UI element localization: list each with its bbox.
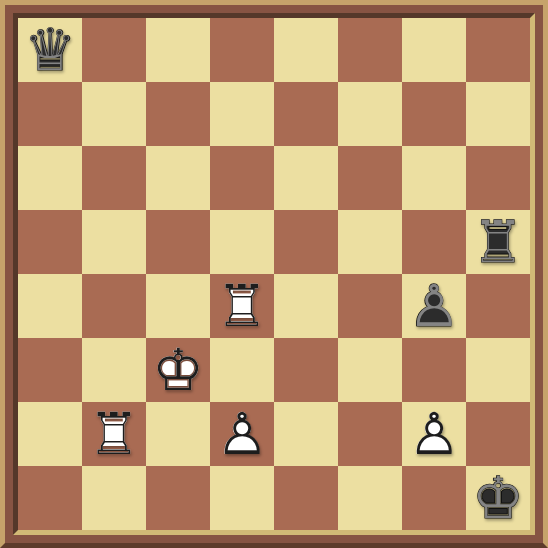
piece-white-rook-d4: ♜♖ [210, 274, 274, 338]
board-frame: ♛♕♜♖♜♖♟♙♚♔♜♖♟♙♟♙♚♔ [0, 0, 548, 548]
square-b1[interactable] [82, 466, 146, 530]
piece-white-king-c3: ♚♔ [146, 338, 210, 402]
square-g6[interactable] [402, 146, 466, 210]
square-g8[interactable] [402, 18, 466, 82]
square-g3[interactable] [402, 338, 466, 402]
square-c8[interactable] [146, 18, 210, 82]
square-h3[interactable] [466, 338, 530, 402]
square-f7[interactable] [338, 82, 402, 146]
square-c3[interactable]: ♚♔ [146, 338, 210, 402]
chess-app: ♛♕♜♖♜♖♟♙♚♔♜♖♟♙♟♙♚♔ [0, 0, 548, 548]
square-f5[interactable] [338, 210, 402, 274]
square-h2[interactable] [466, 402, 530, 466]
square-f1[interactable] [338, 466, 402, 530]
square-d1[interactable] [210, 466, 274, 530]
square-f4[interactable] [338, 274, 402, 338]
square-h8[interactable] [466, 18, 530, 82]
square-d7[interactable] [210, 82, 274, 146]
square-c2[interactable] [146, 402, 210, 466]
square-b3[interactable] [82, 338, 146, 402]
black-pawn-glyph: ♟ [402, 274, 466, 338]
square-e7[interactable] [274, 82, 338, 146]
square-h7[interactable] [466, 82, 530, 146]
square-h5[interactable]: ♜♖ [466, 210, 530, 274]
square-g2[interactable]: ♟♙ [402, 402, 466, 466]
square-a6[interactable] [18, 146, 82, 210]
square-e4[interactable] [274, 274, 338, 338]
white-pawn-outline: ♙ [402, 402, 466, 466]
square-g4[interactable]: ♟♙ [402, 274, 466, 338]
square-c1[interactable] [146, 466, 210, 530]
square-c5[interactable] [146, 210, 210, 274]
board-inner-frame: ♛♕♜♖♜♖♟♙♚♔♜♖♟♙♟♙♚♔ [13, 13, 535, 535]
square-d3[interactable] [210, 338, 274, 402]
square-c6[interactable] [146, 146, 210, 210]
white-king-glyph: ♚ [146, 338, 210, 402]
piece-black-king-h1: ♚♔ [466, 466, 530, 530]
white-pawn-glyph: ♟ [402, 402, 466, 466]
piece-white-pawn-g2: ♟♙ [402, 402, 466, 466]
piece-black-pawn-g4: ♟♙ [402, 274, 466, 338]
white-pawn-glyph: ♟ [210, 402, 274, 466]
square-b6[interactable] [82, 146, 146, 210]
black-rook-glyph: ♜ [466, 210, 530, 274]
square-a3[interactable] [18, 338, 82, 402]
square-e8[interactable] [274, 18, 338, 82]
black-king-glyph: ♚ [466, 466, 530, 530]
square-b8[interactable] [82, 18, 146, 82]
black-queen-glyph: ♛ [18, 18, 82, 82]
square-g1[interactable] [402, 466, 466, 530]
white-rook-glyph: ♜ [210, 274, 274, 338]
piece-black-queen-a8: ♛♕ [18, 18, 82, 82]
piece-white-pawn-d2: ♟♙ [210, 402, 274, 466]
black-queen-outline: ♕ [18, 18, 82, 82]
square-d8[interactable] [210, 18, 274, 82]
square-d6[interactable] [210, 146, 274, 210]
black-pawn-outline: ♙ [402, 274, 466, 338]
square-d2[interactable]: ♟♙ [210, 402, 274, 466]
black-rook-outline: ♖ [466, 210, 530, 274]
square-d5[interactable] [210, 210, 274, 274]
black-king-outline: ♔ [466, 466, 530, 530]
square-f3[interactable] [338, 338, 402, 402]
square-e1[interactable] [274, 466, 338, 530]
square-b2[interactable]: ♜♖ [82, 402, 146, 466]
piece-black-rook-h5: ♜♖ [466, 210, 530, 274]
white-pawn-outline: ♙ [210, 402, 274, 466]
square-d4[interactable]: ♜♖ [210, 274, 274, 338]
square-e6[interactable] [274, 146, 338, 210]
square-a1[interactable] [18, 466, 82, 530]
square-c4[interactable] [146, 274, 210, 338]
square-a8[interactable]: ♛♕ [18, 18, 82, 82]
white-king-outline: ♔ [146, 338, 210, 402]
white-rook-glyph: ♜ [82, 402, 146, 466]
square-h4[interactable] [466, 274, 530, 338]
square-g7[interactable] [402, 82, 466, 146]
square-h6[interactable] [466, 146, 530, 210]
square-e2[interactable] [274, 402, 338, 466]
piece-white-rook-b2: ♜♖ [82, 402, 146, 466]
square-h1[interactable]: ♚♔ [466, 466, 530, 530]
square-f8[interactable] [338, 18, 402, 82]
square-e5[interactable] [274, 210, 338, 274]
chess-board: ♛♕♜♖♜♖♟♙♚♔♜♖♟♙♟♙♚♔ [18, 18, 530, 530]
square-b4[interactable] [82, 274, 146, 338]
square-b5[interactable] [82, 210, 146, 274]
square-f6[interactable] [338, 146, 402, 210]
square-c7[interactable] [146, 82, 210, 146]
square-a7[interactable] [18, 82, 82, 146]
white-rook-outline: ♖ [82, 402, 146, 466]
square-b7[interactable] [82, 82, 146, 146]
square-a5[interactable] [18, 210, 82, 274]
square-f2[interactable] [338, 402, 402, 466]
square-e3[interactable] [274, 338, 338, 402]
square-a4[interactable] [18, 274, 82, 338]
white-rook-outline: ♖ [210, 274, 274, 338]
square-g5[interactable] [402, 210, 466, 274]
square-a2[interactable] [18, 402, 82, 466]
